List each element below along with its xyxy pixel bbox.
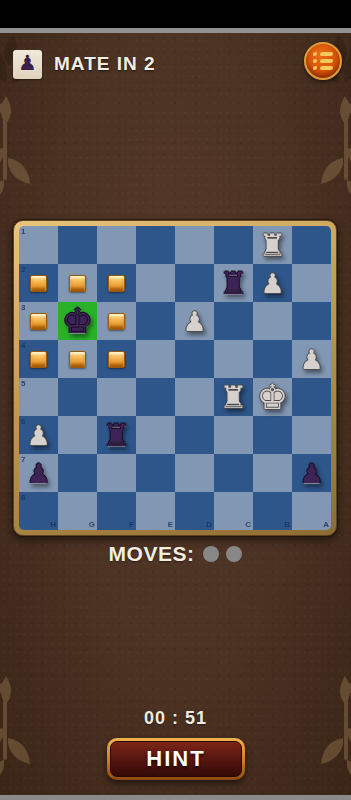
square-f7[interactable] xyxy=(97,454,136,492)
square-e5[interactable] xyxy=(136,378,175,416)
square-f8[interactable]: F xyxy=(97,492,136,530)
rank-label-3: 3 xyxy=(21,303,25,312)
menu-list-icon xyxy=(313,66,334,70)
rank-label-6: 6 xyxy=(21,417,25,426)
square-f2[interactable] xyxy=(97,264,136,302)
hint-button[interactable]: HINT xyxy=(107,738,245,780)
chess-board-frame: 1♜2♜♟3♚♟4♟5♜♚6♟♜7♟♟8HGFEDCBA xyxy=(13,220,337,536)
square-a2[interactable] xyxy=(292,264,331,302)
square-d3[interactable]: ♟ xyxy=(175,302,214,340)
square-h7[interactable]: 7♟ xyxy=(19,454,58,492)
hint-button-label: HINT xyxy=(146,746,205,772)
square-a1[interactable] xyxy=(292,226,331,264)
piece-white-pawn[interactable]: ♟ xyxy=(26,422,50,449)
square-b4[interactable] xyxy=(253,340,292,378)
square-d2[interactable] xyxy=(175,264,214,302)
square-a7[interactable]: ♟ xyxy=(292,454,331,492)
move-indicator-g2[interactable] xyxy=(69,275,86,292)
move-indicator-h2[interactable] xyxy=(30,275,47,292)
menu-button[interactable] xyxy=(304,42,342,80)
square-g2[interactable] xyxy=(58,264,97,302)
square-g3[interactable]: ♚ xyxy=(58,302,97,340)
square-e8[interactable]: E xyxy=(136,492,175,530)
square-c5[interactable]: ♜ xyxy=(214,378,253,416)
square-c1[interactable] xyxy=(214,226,253,264)
square-e6[interactable] xyxy=(136,416,175,454)
move-indicator-f3[interactable] xyxy=(108,313,125,330)
square-b2[interactable]: ♟ xyxy=(253,264,292,302)
square-d1[interactable] xyxy=(175,226,214,264)
pawn-icon: ♟ xyxy=(18,53,37,74)
square-f3[interactable] xyxy=(97,302,136,340)
edge-tulip-ornament xyxy=(0,88,36,208)
square-d8[interactable]: D xyxy=(175,492,214,530)
file-label-g: G xyxy=(89,520,95,529)
move-dot xyxy=(226,546,242,562)
square-f4[interactable] xyxy=(97,340,136,378)
bottom-separator-line xyxy=(0,795,351,800)
piece-white-pawn[interactable]: ♟ xyxy=(299,346,323,373)
piece-black-rook[interactable]: ♜ xyxy=(103,420,131,451)
rank-label-2: 2 xyxy=(21,265,25,274)
square-d7[interactable] xyxy=(175,454,214,492)
file-label-c: C xyxy=(245,520,251,529)
moves-row: MOVES: xyxy=(0,540,351,568)
square-g6[interactable] xyxy=(58,416,97,454)
moves-remaining-dots xyxy=(203,546,242,562)
square-b7[interactable] xyxy=(253,454,292,492)
piece-white-rook[interactable]: ♜ xyxy=(259,230,287,261)
square-e3[interactable] xyxy=(136,302,175,340)
move-indicator-f4[interactable] xyxy=(108,351,125,368)
rank-label-8: 8 xyxy=(21,493,25,502)
square-g7[interactable] xyxy=(58,454,97,492)
square-h6[interactable]: 6♟ xyxy=(19,416,58,454)
menu-list-icon xyxy=(313,59,334,63)
piece-black-rook[interactable]: ♜ xyxy=(220,268,248,299)
square-h3[interactable]: 3 xyxy=(19,302,58,340)
square-b8[interactable]: B xyxy=(253,492,292,530)
square-c4[interactable] xyxy=(214,340,253,378)
timer: 00 : 51 xyxy=(0,708,351,729)
square-e1[interactable] xyxy=(136,226,175,264)
square-g1[interactable] xyxy=(58,226,97,264)
app-background: ♟ MATE IN 2 1♜2♜♟3♚♟4♟5♜♚6♟♜7♟♟8HGFEDCBA… xyxy=(0,0,351,800)
piece-black-king[interactable]: ♚ xyxy=(62,304,93,339)
rank-label-7: 7 xyxy=(21,455,25,464)
square-g8[interactable]: G xyxy=(58,492,97,530)
move-dot xyxy=(203,546,219,562)
piece-white-king[interactable]: ♚ xyxy=(257,380,288,415)
square-e4[interactable] xyxy=(136,340,175,378)
square-e2[interactable] xyxy=(136,264,175,302)
piece-black-pawn[interactable]: ♟ xyxy=(299,460,323,487)
moves-label: MOVES: xyxy=(109,542,195,566)
square-g5[interactable] xyxy=(58,378,97,416)
move-indicator-h4[interactable] xyxy=(30,351,47,368)
header: ♟ MATE IN 2 xyxy=(0,33,351,95)
square-c7[interactable] xyxy=(214,454,253,492)
square-d6[interactable] xyxy=(175,416,214,454)
file-label-f: F xyxy=(129,520,134,529)
square-h5[interactable]: 5 xyxy=(19,378,58,416)
rank-label-1: 1 xyxy=(21,227,25,236)
move-indicator-h3[interactable] xyxy=(30,313,47,330)
move-indicator-g4[interactable] xyxy=(69,351,86,368)
square-h2[interactable]: 2 xyxy=(19,264,58,302)
square-f5[interactable] xyxy=(97,378,136,416)
status-bar xyxy=(0,0,351,28)
top-separator-line xyxy=(0,28,351,33)
edge-tulip-ornament xyxy=(315,88,351,208)
square-b6[interactable] xyxy=(253,416,292,454)
square-f6[interactable]: ♜ xyxy=(97,416,136,454)
square-c2[interactable]: ♜ xyxy=(214,264,253,302)
square-c6[interactable] xyxy=(214,416,253,454)
square-a3[interactable] xyxy=(292,302,331,340)
square-c3[interactable] xyxy=(214,302,253,340)
square-e7[interactable] xyxy=(136,454,175,492)
piece-white-pawn[interactable]: ♟ xyxy=(260,270,284,297)
square-h1[interactable]: 1 xyxy=(19,226,58,264)
puzzle-pawn-icon: ♟ xyxy=(13,50,42,79)
square-a6[interactable] xyxy=(292,416,331,454)
piece-white-rook[interactable]: ♜ xyxy=(220,382,248,413)
move-indicator-f2[interactable] xyxy=(108,275,125,292)
square-h4[interactable]: 4 xyxy=(19,340,58,378)
file-label-d: D xyxy=(206,520,212,529)
square-b3[interactable] xyxy=(253,302,292,340)
square-d5[interactable] xyxy=(175,378,214,416)
menu-list-icon xyxy=(313,52,334,56)
square-a5[interactable] xyxy=(292,378,331,416)
square-b5[interactable]: ♚ xyxy=(253,378,292,416)
square-g4[interactable] xyxy=(58,340,97,378)
piece-black-pawn[interactable]: ♟ xyxy=(26,460,50,487)
square-h8[interactable]: 8H xyxy=(19,492,58,530)
square-f1[interactable] xyxy=(97,226,136,264)
square-d4[interactable] xyxy=(175,340,214,378)
square-a4[interactable]: ♟ xyxy=(292,340,331,378)
page-title: MATE IN 2 xyxy=(54,53,156,75)
file-label-e: E xyxy=(168,520,173,529)
piece-white-pawn[interactable]: ♟ xyxy=(182,308,206,335)
square-c8[interactable]: C xyxy=(214,492,253,530)
file-label-h: H xyxy=(50,520,56,529)
chess-board[interactable]: 1♜2♜♟3♚♟4♟5♜♚6♟♜7♟♟8HGFEDCBA xyxy=(19,226,331,530)
square-b1[interactable]: ♜ xyxy=(253,226,292,264)
file-label-a: A xyxy=(323,520,329,529)
hint-button-face: HINT xyxy=(110,741,242,777)
rank-label-4: 4 xyxy=(21,341,25,350)
rank-label-5: 5 xyxy=(21,379,25,388)
square-a8[interactable]: A xyxy=(292,492,331,530)
file-label-b: B xyxy=(284,520,290,529)
